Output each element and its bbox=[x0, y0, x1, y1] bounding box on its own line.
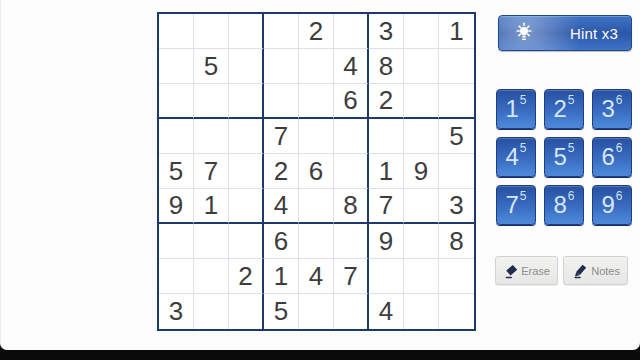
cell-r6c8[interactable] bbox=[404, 189, 439, 224]
cell-r1c4[interactable] bbox=[264, 14, 299, 49]
erase-button[interactable]: Erase bbox=[495, 256, 558, 285]
cell-r8c5[interactable]: 4 bbox=[299, 259, 334, 294]
cell-r7c7[interactable]: 9 bbox=[369, 224, 404, 259]
cell-r9c2[interactable] bbox=[194, 294, 229, 329]
cell-r9c1[interactable]: 3 bbox=[159, 294, 194, 329]
cell-r2c7[interactable]: 8 bbox=[369, 49, 404, 84]
cell-r6c6[interactable]: 8 bbox=[334, 189, 369, 224]
game-area: 23154862755726199148736982147354 Hint x3… bbox=[0, 0, 640, 350]
cell-r7c8[interactable] bbox=[404, 224, 439, 259]
number-button-1[interactable]: 15 bbox=[496, 89, 536, 129]
cell-r1c8[interactable] bbox=[404, 14, 439, 49]
number-button-8[interactable]: 86 bbox=[544, 185, 584, 225]
number-button-digit: 6 bbox=[601, 145, 614, 169]
cell-r4c1[interactable] bbox=[159, 119, 194, 154]
bottom-letterbox-bar bbox=[0, 350, 640, 360]
cell-r2c5[interactable] bbox=[299, 49, 334, 84]
cell-r5c1[interactable]: 5 bbox=[159, 154, 194, 189]
cell-r8c3[interactable]: 2 bbox=[229, 259, 264, 294]
cell-r2c1[interactable] bbox=[159, 49, 194, 84]
erase-label: Erase bbox=[521, 265, 550, 277]
app-window: 23154862755726199148736982147354 Hint x3… bbox=[0, 0, 640, 360]
cell-r6c7[interactable]: 7 bbox=[369, 189, 404, 224]
cell-r3c9[interactable] bbox=[439, 84, 474, 119]
cell-r8c7[interactable] bbox=[369, 259, 404, 294]
cell-r1c6[interactable] bbox=[334, 14, 369, 49]
cell-r1c1[interactable] bbox=[159, 14, 194, 49]
number-button-digit: 2 bbox=[553, 97, 566, 121]
cell-r7c5[interactable] bbox=[299, 224, 334, 259]
remaining-count-badge: 5 bbox=[568, 94, 575, 106]
cell-r3c4[interactable] bbox=[264, 84, 299, 119]
number-button-4[interactable]: 45 bbox=[496, 137, 536, 177]
number-pad: 152536455566758696 bbox=[496, 89, 632, 225]
cell-r4c9[interactable]: 5 bbox=[439, 119, 474, 154]
number-button-6[interactable]: 66 bbox=[592, 137, 632, 177]
lightbulb-icon bbox=[512, 21, 536, 45]
notes-label: Notes bbox=[591, 265, 620, 277]
cell-r3c8[interactable] bbox=[404, 84, 439, 119]
cell-r4c7[interactable] bbox=[369, 119, 404, 154]
number-button-digit: 9 bbox=[601, 193, 614, 217]
cell-r8c4[interactable]: 1 bbox=[264, 259, 299, 294]
cell-r6c2[interactable]: 1 bbox=[194, 189, 229, 224]
remaining-count-badge: 5 bbox=[520, 190, 527, 202]
cell-r1c5[interactable]: 2 bbox=[299, 14, 334, 49]
hint-label: Hint x3 bbox=[570, 25, 618, 42]
cell-r5c4[interactable]: 2 bbox=[264, 154, 299, 189]
cell-r3c7[interactable]: 2 bbox=[369, 84, 404, 119]
number-button-digit: 3 bbox=[601, 97, 614, 121]
remaining-count-badge: 6 bbox=[616, 142, 623, 154]
cell-r4c3[interactable] bbox=[229, 119, 264, 154]
cell-r9c6[interactable] bbox=[334, 294, 369, 329]
cell-r7c1[interactable] bbox=[159, 224, 194, 259]
cell-r3c3[interactable] bbox=[229, 84, 264, 119]
number-button-9[interactable]: 96 bbox=[592, 185, 632, 225]
number-button-digit: 5 bbox=[553, 145, 566, 169]
cell-r6c9[interactable]: 3 bbox=[439, 189, 474, 224]
cell-r1c9[interactable]: 1 bbox=[439, 14, 474, 49]
cell-r9c3[interactable] bbox=[229, 294, 264, 329]
notes-button[interactable]: Notes bbox=[563, 256, 628, 285]
cell-r7c2[interactable] bbox=[194, 224, 229, 259]
cell-r7c4[interactable]: 6 bbox=[264, 224, 299, 259]
number-button-2[interactable]: 25 bbox=[544, 89, 584, 129]
cell-r4c4[interactable]: 7 bbox=[264, 119, 299, 154]
cell-r3c5[interactable] bbox=[299, 84, 334, 119]
cell-r2c9[interactable] bbox=[439, 49, 474, 84]
cell-r9c8[interactable] bbox=[404, 294, 439, 329]
cell-r9c5[interactable] bbox=[299, 294, 334, 329]
remaining-count-badge: 5 bbox=[568, 142, 575, 154]
hint-button[interactable]: Hint x3 bbox=[498, 15, 632, 51]
cell-r6c4[interactable]: 4 bbox=[264, 189, 299, 224]
remaining-count-badge: 5 bbox=[520, 94, 527, 106]
pencil-icon bbox=[570, 261, 589, 280]
cell-r3c1[interactable] bbox=[159, 84, 194, 119]
cell-r4c5[interactable] bbox=[299, 119, 334, 154]
cell-r8c6[interactable]: 7 bbox=[334, 259, 369, 294]
number-button-digit: 1 bbox=[505, 97, 518, 121]
cell-r4c2[interactable] bbox=[194, 119, 229, 154]
cell-r8c1[interactable] bbox=[159, 259, 194, 294]
cell-r4c6[interactable] bbox=[334, 119, 369, 154]
remaining-count-badge: 6 bbox=[616, 190, 623, 202]
cell-r9c9[interactable] bbox=[439, 294, 474, 329]
number-button-digit: 4 bbox=[505, 145, 518, 169]
cell-r6c1[interactable]: 9 bbox=[159, 189, 194, 224]
cell-r1c3[interactable] bbox=[229, 14, 264, 49]
number-button-3[interactable]: 36 bbox=[592, 89, 632, 129]
cell-r3c6[interactable]: 6 bbox=[334, 84, 369, 119]
eraser-icon bbox=[502, 261, 521, 280]
cell-r2c4[interactable] bbox=[264, 49, 299, 84]
cell-r5c9[interactable] bbox=[439, 154, 474, 189]
cell-r8c9[interactable] bbox=[439, 259, 474, 294]
remaining-count-badge: 6 bbox=[568, 190, 575, 202]
cell-r7c6[interactable] bbox=[334, 224, 369, 259]
cell-r9c7[interactable]: 4 bbox=[369, 294, 404, 329]
cell-r6c5[interactable] bbox=[299, 189, 334, 224]
cell-r2c3[interactable] bbox=[229, 49, 264, 84]
cell-r5c3[interactable] bbox=[229, 154, 264, 189]
cell-r5c6[interactable] bbox=[334, 154, 369, 189]
remaining-count-badge: 6 bbox=[616, 94, 623, 106]
cell-r1c2[interactable] bbox=[194, 14, 229, 49]
number-button-5[interactable]: 55 bbox=[544, 137, 584, 177]
cell-r2c2[interactable]: 5 bbox=[194, 49, 229, 84]
cell-r7c9[interactable]: 8 bbox=[439, 224, 474, 259]
cell-r8c8[interactable] bbox=[404, 259, 439, 294]
sudoku-board: 23154862755726199148736982147354 bbox=[157, 12, 476, 331]
cell-r5c2[interactable]: 7 bbox=[194, 154, 229, 189]
cell-r2c8[interactable] bbox=[404, 49, 439, 84]
cell-r6c3[interactable] bbox=[229, 189, 264, 224]
number-button-7[interactable]: 75 bbox=[496, 185, 536, 225]
cell-r4c8[interactable] bbox=[404, 119, 439, 154]
cell-r2c6[interactable]: 4 bbox=[334, 49, 369, 84]
cell-r3c2[interactable] bbox=[194, 84, 229, 119]
cell-r8c2[interactable] bbox=[194, 259, 229, 294]
number-button-digit: 8 bbox=[553, 193, 566, 217]
cell-r5c7[interactable]: 1 bbox=[369, 154, 404, 189]
number-button-digit: 7 bbox=[505, 193, 518, 217]
remaining-count-badge: 5 bbox=[520, 142, 527, 154]
cell-r9c4[interactable]: 5 bbox=[264, 294, 299, 329]
cell-r7c3[interactable] bbox=[229, 224, 264, 259]
cell-r5c5[interactable]: 6 bbox=[299, 154, 334, 189]
cell-r5c8[interactable]: 9 bbox=[404, 154, 439, 189]
cell-r1c7[interactable]: 3 bbox=[369, 14, 404, 49]
